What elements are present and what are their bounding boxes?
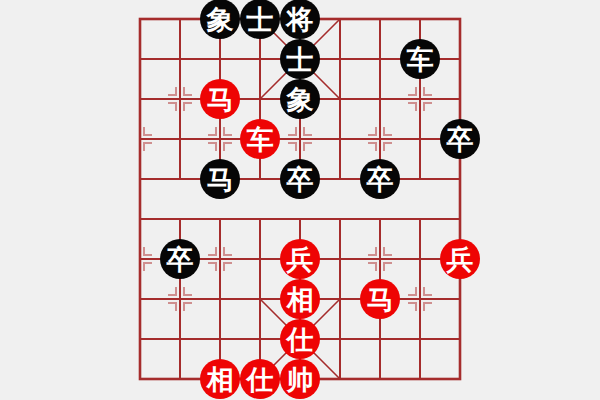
piece-black-chariot[interactable]: 车 [400,39,440,79]
piece-black-general[interactable]: 将 [280,0,320,39]
piece-black-advisor[interactable]: 士 [280,39,320,79]
piece-black-elephant[interactable]: 象 [280,79,320,119]
piece-black-advisor[interactable]: 士 [240,0,280,39]
piece-red-soldier[interactable]: 兵 [280,239,320,279]
piece-red-advisor[interactable]: 仕 [240,359,280,399]
piece-red-soldier[interactable]: 兵 [440,239,480,279]
piece-black-soldier[interactable]: 卒 [160,239,200,279]
piece-black-soldier[interactable]: 卒 [280,159,320,199]
piece-red-elephant[interactable]: 相 [280,279,320,319]
piece-red-chariot[interactable]: 车 [240,119,280,159]
piece-red-horse[interactable]: 马 [200,79,240,119]
piece-black-soldier[interactable]: 卒 [360,159,400,199]
piece-red-horse[interactable]: 马 [360,279,400,319]
piece-black-soldier[interactable]: 卒 [440,119,480,159]
xiangqi-board-screenshot: 象士将士车马象车卒马卒卒卒兵兵相马仕相仕帅 [0,0,600,400]
xiangqi-board: 象士将士车马象车卒马卒卒卒兵兵相马仕相仕帅 [120,0,480,399]
piece-red-elephant[interactable]: 相 [200,359,240,399]
piece-red-general[interactable]: 帅 [280,359,320,399]
piece-red-advisor[interactable]: 仕 [280,319,320,359]
piece-black-elephant[interactable]: 象 [200,0,240,39]
piece-black-horse[interactable]: 马 [200,159,240,199]
